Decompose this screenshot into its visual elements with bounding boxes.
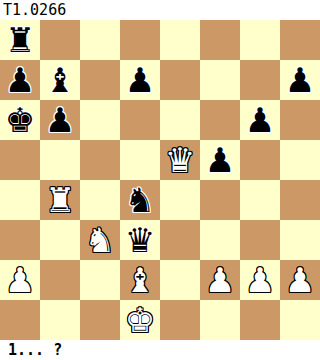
square-f2[interactable]: ♟	[200, 260, 240, 300]
square-f6[interactable]	[200, 100, 240, 140]
square-e6[interactable]	[160, 100, 200, 140]
square-e5[interactable]: ♛	[160, 140, 200, 180]
square-d5[interactable]	[120, 140, 160, 180]
piece-white-bishop[interactable]: ♝	[125, 260, 155, 300]
square-c8[interactable]	[80, 20, 120, 60]
square-g2[interactable]: ♟	[240, 260, 280, 300]
square-b2[interactable]	[40, 260, 80, 300]
square-a6[interactable]: ♚	[0, 100, 40, 140]
square-a4[interactable]	[0, 180, 40, 220]
piece-black-pawn[interactable]: ♟	[45, 100, 75, 140]
square-c6[interactable]	[80, 100, 120, 140]
chess-board: ♜♟♝♟♟♚♟♟♛♟♜♞♞♛♟♝♟♟♟♚	[0, 20, 320, 340]
square-b6[interactable]: ♟	[40, 100, 80, 140]
piece-white-pawn[interactable]: ♟	[5, 260, 35, 300]
square-c4[interactable]	[80, 180, 120, 220]
square-b3[interactable]	[40, 220, 80, 260]
piece-white-queen[interactable]: ♛	[165, 140, 195, 180]
square-c5[interactable]	[80, 140, 120, 180]
square-a1[interactable]	[0, 300, 40, 340]
piece-white-king[interactable]: ♚	[125, 300, 155, 340]
square-f3[interactable]	[200, 220, 240, 260]
square-h4[interactable]	[280, 180, 320, 220]
square-g7[interactable]	[240, 60, 280, 100]
square-g4[interactable]	[240, 180, 280, 220]
square-f5[interactable]: ♟	[200, 140, 240, 180]
square-h5[interactable]	[280, 140, 320, 180]
square-g3[interactable]	[240, 220, 280, 260]
square-a7[interactable]: ♟	[0, 60, 40, 100]
square-e8[interactable]	[160, 20, 200, 60]
square-d3[interactable]: ♛	[120, 220, 160, 260]
square-h7[interactable]: ♟	[280, 60, 320, 100]
square-d7[interactable]: ♟	[120, 60, 160, 100]
square-g8[interactable]	[240, 20, 280, 60]
move-prompt: 1... ?	[0, 340, 320, 360]
piece-black-knight[interactable]: ♞	[125, 180, 155, 220]
square-f1[interactable]	[200, 300, 240, 340]
square-d6[interactable]	[120, 100, 160, 140]
piece-black-queen[interactable]: ♛	[125, 220, 155, 260]
square-e1[interactable]	[160, 300, 200, 340]
square-b8[interactable]	[40, 20, 80, 60]
square-c3[interactable]: ♞	[80, 220, 120, 260]
square-e7[interactable]	[160, 60, 200, 100]
square-e3[interactable]	[160, 220, 200, 260]
square-b7[interactable]: ♝	[40, 60, 80, 100]
square-b5[interactable]	[40, 140, 80, 180]
square-a2[interactable]: ♟	[0, 260, 40, 300]
piece-white-pawn[interactable]: ♟	[245, 260, 275, 300]
piece-black-pawn[interactable]: ♟	[5, 60, 35, 100]
square-f7[interactable]	[200, 60, 240, 100]
square-h8[interactable]	[280, 20, 320, 60]
piece-white-rook[interactable]: ♜	[45, 180, 75, 220]
square-h1[interactable]	[280, 300, 320, 340]
piece-white-pawn[interactable]: ♟	[285, 260, 315, 300]
square-h2[interactable]: ♟	[280, 260, 320, 300]
piece-black-pawn[interactable]: ♟	[245, 100, 275, 140]
square-d1[interactable]: ♚	[120, 300, 160, 340]
piece-white-knight[interactable]: ♞	[85, 220, 115, 260]
square-e2[interactable]	[160, 260, 200, 300]
square-a8[interactable]: ♜	[0, 20, 40, 60]
piece-black-pawn[interactable]: ♟	[285, 60, 315, 100]
square-c1[interactable]	[80, 300, 120, 340]
square-g6[interactable]: ♟	[240, 100, 280, 140]
piece-black-pawn[interactable]: ♟	[205, 140, 235, 180]
square-d8[interactable]	[120, 20, 160, 60]
piece-white-pawn[interactable]: ♟	[205, 260, 235, 300]
square-c7[interactable]	[80, 60, 120, 100]
square-b1[interactable]	[40, 300, 80, 340]
square-f8[interactable]	[200, 20, 240, 60]
square-a3[interactable]	[0, 220, 40, 260]
square-a5[interactable]	[0, 140, 40, 180]
square-g5[interactable]	[240, 140, 280, 180]
square-d2[interactable]: ♝	[120, 260, 160, 300]
piece-black-rook[interactable]: ♜	[5, 20, 35, 60]
square-g1[interactable]	[240, 300, 280, 340]
square-e4[interactable]	[160, 180, 200, 220]
piece-black-king[interactable]: ♚	[5, 100, 35, 140]
square-c2[interactable]	[80, 260, 120, 300]
square-d4[interactable]: ♞	[120, 180, 160, 220]
piece-black-bishop[interactable]: ♝	[45, 60, 75, 100]
piece-black-pawn[interactable]: ♟	[125, 60, 155, 100]
square-b4[interactable]: ♜	[40, 180, 80, 220]
square-h6[interactable]	[280, 100, 320, 140]
square-f4[interactable]	[200, 180, 240, 220]
puzzle-id-title: T1.0266	[0, 0, 320, 20]
square-h3[interactable]	[280, 220, 320, 260]
